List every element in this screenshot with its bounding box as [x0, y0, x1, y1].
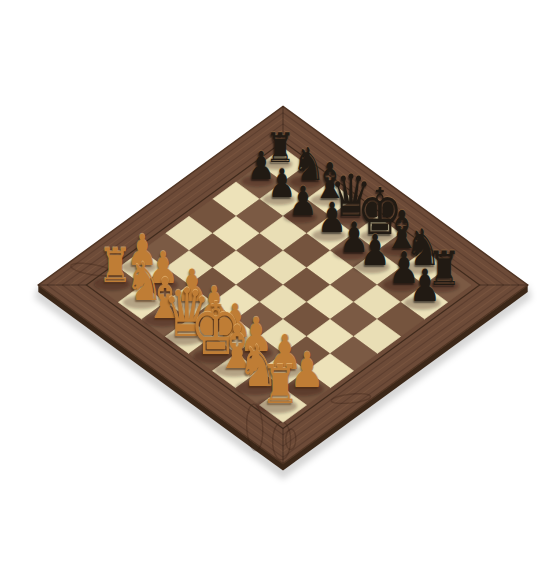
chess-board	[0, 0, 559, 576]
piece-shadow	[165, 332, 203, 346]
piece-shadow	[263, 193, 296, 205]
piece-shadow	[192, 314, 229, 328]
piece-shadow	[144, 314, 181, 327]
piece-shadow	[383, 279, 419, 292]
piece-shadow	[402, 262, 437, 275]
chess-set-photo: ♜♟♞♟♝♟♛♟♚♝♟♟♟♞♜♟♟♜♞♟♟♝♟♛♟♟♚♝♟♞♟♜	[0, 0, 559, 576]
piece-shadow	[171, 297, 208, 310]
piece-shadow	[213, 332, 251, 346]
piece-shadow	[284, 382, 324, 396]
piece-shadow	[404, 297, 441, 310]
piece-shadow	[312, 229, 346, 241]
piece-shadow	[290, 176, 322, 188]
piece-shadow	[121, 261, 156, 274]
piece-shadow	[193, 350, 232, 364]
piece-shadow	[311, 194, 344, 206]
piece-shadow	[360, 230, 394, 242]
piece-shadow	[214, 363, 253, 377]
piece-shadow	[235, 381, 275, 395]
piece-shadow	[261, 159, 292, 170]
piece-shadow	[123, 296, 160, 309]
piece-shadow	[142, 279, 178, 292]
piece-shadow	[381, 244, 416, 256]
piece-shadow	[242, 175, 274, 187]
piece-shadow	[263, 364, 302, 378]
piece-shadow	[94, 278, 130, 291]
piece-shadow	[332, 212, 365, 224]
piece-shadow	[423, 280, 459, 293]
piece-shadow	[234, 346, 273, 360]
piece-shadow	[256, 399, 297, 414]
piece-shadow	[354, 261, 389, 274]
piece-shadow	[284, 211, 317, 223]
piece-shadow	[333, 247, 368, 260]
